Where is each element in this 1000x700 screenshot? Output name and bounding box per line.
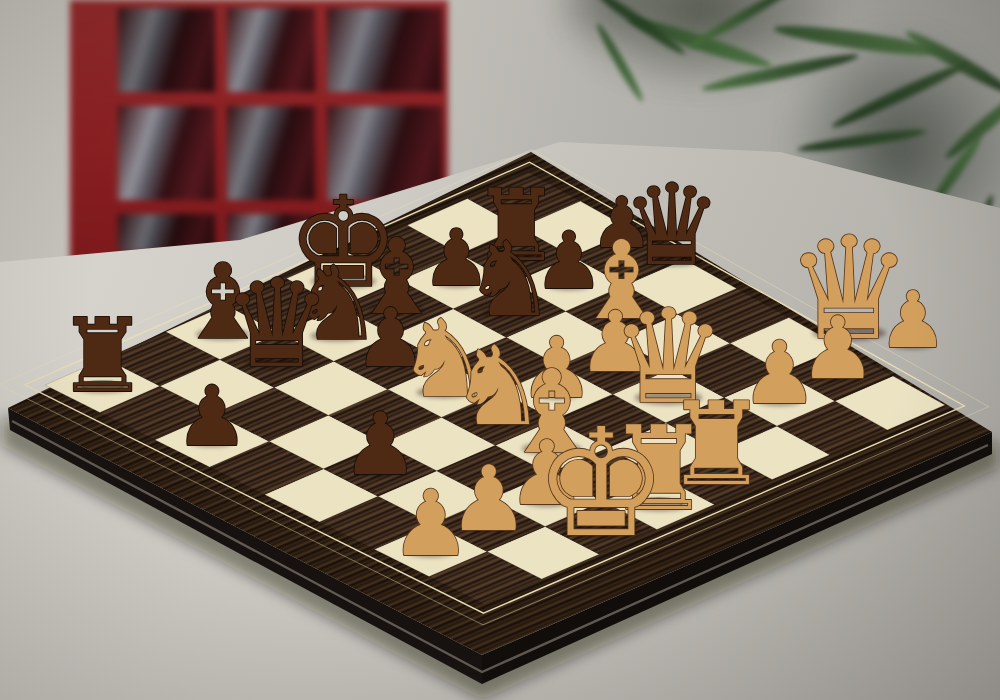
black-rook-a8: ♜ (57, 296, 148, 415)
pawn-glyph: ♟ (175, 368, 249, 465)
chess-photo-scene: ♟♜♛♚♟♟♝♞♝♛♝♞♟♛♟♟♟♜♞♟♛♟♞♟♝♟♜♟♜♟♚♟ (0, 0, 1000, 700)
white-king-c1: ♚ (534, 397, 668, 570)
pawn-glyph: ♟ (878, 275, 948, 365)
rook-glyph: ♜ (57, 296, 148, 415)
white-pawn-a2: ♟ (390, 471, 472, 576)
black-pawn-a6: ♟ (175, 368, 249, 465)
offboard-white-pawn: ♟ (878, 275, 948, 365)
pawn-glyph: ♟ (390, 471, 472, 576)
king-glyph: ♚ (534, 397, 668, 570)
chess-board: ♟♜♛♚♟♟♝♞♝♛♝♞♟♛♟♟♟♜♞♟♛♟♞♟♝♟♜♟♜♟♚♟ (0, 0, 1000, 700)
